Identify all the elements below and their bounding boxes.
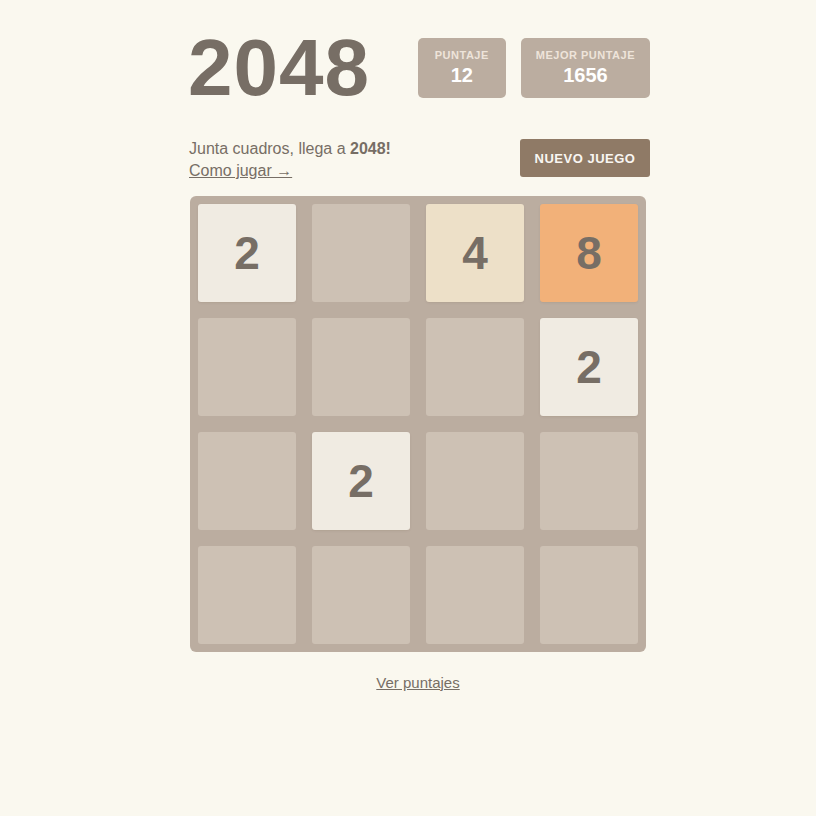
tile-2: 2 (312, 432, 410, 530)
best-score-box: MEJOR PUNTAJE 1656 (521, 38, 650, 98)
empty-cell (198, 432, 296, 530)
empty-cell (426, 432, 524, 530)
game-board[interactable]: 24822 (190, 196, 646, 652)
empty-cell (312, 546, 410, 644)
tile-8: 8 (540, 204, 638, 302)
score-box: PUNTAJE 12 (418, 38, 506, 98)
goal-text: Junta cuadros, llega a 2048! (189, 138, 391, 160)
tile-4: 4 (426, 204, 524, 302)
empty-cell (426, 546, 524, 644)
empty-cell (540, 546, 638, 644)
tile-2: 2 (198, 204, 296, 302)
intro-text: Junta cuadros, llega a 2048! Como jugar … (189, 138, 391, 182)
empty-cell (198, 318, 296, 416)
new-game-button[interactable]: NUEVO JUEGO (520, 139, 650, 177)
footer: Ver puntajes (190, 673, 646, 693)
empty-cell (198, 546, 296, 644)
goal-text-prefix: Junta cuadros, llega a (189, 140, 350, 157)
view-scores-link[interactable]: Ver puntajes (376, 674, 459, 691)
goal-text-bold: 2048! (350, 140, 391, 157)
empty-cell (426, 318, 524, 416)
tile-2: 2 (540, 318, 638, 416)
empty-cell (540, 432, 638, 530)
game-title: 2048 (188, 28, 370, 108)
best-score-label: MEJOR PUNTAJE (536, 49, 635, 61)
empty-cell (312, 318, 410, 416)
score-value: 12 (451, 64, 473, 87)
score-label: PUNTAJE (435, 49, 489, 61)
how-to-play-link[interactable]: Como jugar → (189, 162, 292, 179)
score-panel: PUNTAJE 12 MEJOR PUNTAJE 1656 (418, 38, 650, 98)
empty-cell (312, 204, 410, 302)
best-score-value: 1656 (563, 64, 608, 87)
